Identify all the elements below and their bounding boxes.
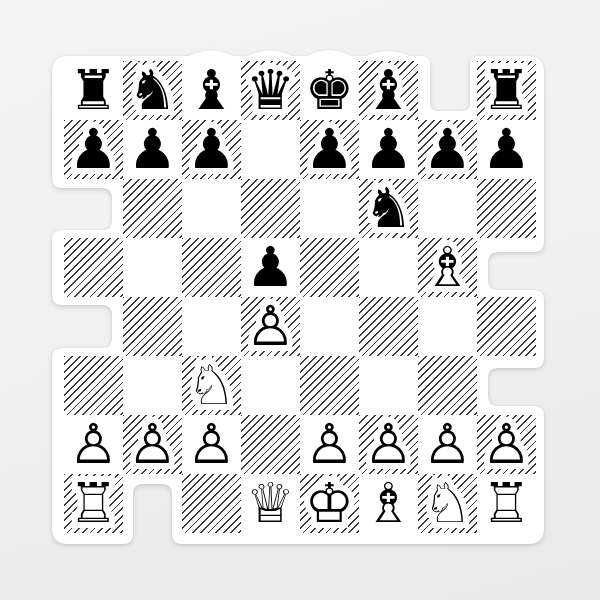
square-f4	[359, 297, 418, 356]
piece-glyph: ♟	[482, 122, 531, 177]
square-f1: ♝♗	[359, 474, 418, 533]
square-g5: ♝♗	[418, 238, 477, 297]
piece-halo: ♜	[482, 63, 531, 118]
square-b1	[123, 474, 182, 533]
square-e1: ♚♔	[300, 474, 359, 533]
square-g1: ♞♘	[418, 474, 477, 533]
piece-glyph: ♙	[187, 417, 236, 472]
square-d2	[241, 415, 300, 474]
square-d6	[241, 179, 300, 238]
square-g8	[418, 61, 477, 120]
square-c5	[182, 238, 241, 297]
square-e2: ♟♙	[300, 415, 359, 474]
piece-halo: ♜	[69, 476, 118, 531]
piece-glyph: ♜	[482, 63, 531, 118]
piece-halo: ♟	[482, 122, 531, 177]
square-g4	[418, 297, 477, 356]
piece-glyph: ♙	[364, 417, 413, 472]
piece-glyph: ♙	[305, 417, 354, 472]
square-d8: ♛♛	[241, 61, 300, 120]
piece-white-king: ♚♔	[300, 474, 359, 533]
square-b7: ♟♟	[123, 120, 182, 179]
square-h5	[477, 238, 536, 297]
square-d4: ♟♙	[241, 297, 300, 356]
piece-halo: ♟	[482, 417, 531, 472]
piece-glyph: ♙	[482, 417, 531, 472]
square-b3	[123, 356, 182, 415]
square-g3	[418, 356, 477, 415]
square-a8: ♜♜	[64, 61, 123, 120]
piece-black-pawn: ♟♟	[182, 120, 241, 179]
piece-halo: ♝	[187, 63, 236, 118]
piece-black-bishop: ♝♝	[182, 61, 241, 120]
square-c4	[182, 297, 241, 356]
square-h8: ♜♜	[477, 61, 536, 120]
square-f3	[359, 356, 418, 415]
piece-black-pawn: ♟♟	[123, 120, 182, 179]
piece-glyph: ♝	[187, 63, 236, 118]
square-b6	[123, 179, 182, 238]
square-d5: ♟♟	[241, 238, 300, 297]
sticker-product-image: ♜♜♞♞♝♝♛♛♚♚♝♝♜♜♟♟♟♟♟♟♟♟♟♟♟♟♟♟♞♞♟♟♝♗♟♙♞♘♟♙…	[0, 0, 600, 600]
square-e6	[300, 179, 359, 238]
piece-white-pawn: ♟♙	[182, 415, 241, 474]
piece-glyph: ♜	[69, 63, 118, 118]
square-f8: ♝♝	[359, 61, 418, 120]
piece-halo: ♟	[305, 417, 354, 472]
piece-halo: ♜	[482, 476, 531, 531]
piece-halo: ♝	[423, 240, 472, 295]
piece-black-pawn: ♟♟	[418, 120, 477, 179]
square-g7: ♟♟	[418, 120, 477, 179]
piece-black-king: ♚♚	[300, 61, 359, 120]
piece-glyph: ♟	[187, 122, 236, 177]
piece-black-rook: ♜♜	[477, 61, 536, 120]
piece-halo: ♛	[246, 63, 295, 118]
square-b4	[123, 297, 182, 356]
piece-white-knight: ♞♘	[182, 356, 241, 415]
piece-black-pawn: ♟♟	[477, 120, 536, 179]
piece-white-pawn: ♟♙	[64, 415, 123, 474]
square-f5	[359, 238, 418, 297]
piece-glyph: ♟	[364, 122, 413, 177]
piece-glyph: ♝	[364, 63, 413, 118]
square-g2: ♟♙	[418, 415, 477, 474]
square-f2: ♟♙	[359, 415, 418, 474]
piece-halo: ♟	[364, 417, 413, 472]
square-c1	[182, 474, 241, 533]
square-a1: ♜♖	[64, 474, 123, 533]
square-h2: ♟♙	[477, 415, 536, 474]
piece-white-bishop: ♝♗	[359, 474, 418, 533]
square-f6: ♞♞	[359, 179, 418, 238]
piece-glyph: ♘	[187, 358, 236, 413]
piece-glyph: ♖	[482, 476, 531, 531]
piece-halo: ♟	[423, 122, 472, 177]
piece-black-pawn: ♟♟	[64, 120, 123, 179]
square-c8: ♝♝	[182, 61, 241, 120]
piece-halo: ♟	[128, 122, 177, 177]
piece-glyph: ♞	[128, 63, 177, 118]
piece-halo: ♟	[246, 299, 295, 354]
square-a3	[64, 356, 123, 415]
square-e4	[300, 297, 359, 356]
square-c2: ♟♙	[182, 415, 241, 474]
square-a5	[64, 238, 123, 297]
piece-black-pawn: ♟♟	[359, 120, 418, 179]
piece-glyph: ♟	[128, 122, 177, 177]
piece-white-rook: ♜♖	[477, 474, 536, 533]
piece-black-queen: ♛♛	[241, 61, 300, 120]
piece-halo: ♚	[305, 63, 354, 118]
square-a4	[64, 297, 123, 356]
square-h4	[477, 297, 536, 356]
piece-glyph: ♛	[246, 63, 295, 118]
square-d3	[241, 356, 300, 415]
piece-white-pawn: ♟♙	[241, 297, 300, 356]
piece-halo: ♟	[187, 122, 236, 177]
piece-halo: ♟	[364, 122, 413, 177]
piece-halo: ♟	[246, 240, 295, 295]
piece-glyph: ♙	[423, 417, 472, 472]
piece-halo: ♝	[364, 476, 413, 531]
piece-halo: ♝	[364, 63, 413, 118]
piece-glyph: ♙	[69, 417, 118, 472]
square-e8: ♚♚	[300, 61, 359, 120]
square-b2: ♟♙	[123, 415, 182, 474]
piece-halo: ♚	[305, 476, 354, 531]
piece-glyph: ♙	[246, 299, 295, 354]
piece-halo: ♟	[305, 122, 354, 177]
square-c6	[182, 179, 241, 238]
piece-glyph: ♚	[305, 63, 354, 118]
square-e5	[300, 238, 359, 297]
piece-glyph: ♞	[364, 181, 413, 236]
piece-black-knight: ♞♞	[359, 179, 418, 238]
piece-glyph: ♙	[128, 417, 177, 472]
square-d7	[241, 120, 300, 179]
square-b5	[123, 238, 182, 297]
piece-black-bishop: ♝♝	[359, 61, 418, 120]
square-a7: ♟♟	[64, 120, 123, 179]
square-h3	[477, 356, 536, 415]
piece-halo: ♞	[423, 476, 472, 531]
piece-glyph: ♖	[69, 476, 118, 531]
piece-halo: ♛	[246, 476, 295, 531]
square-c3: ♞♘	[182, 356, 241, 415]
piece-halo: ♞	[187, 358, 236, 413]
piece-halo: ♜	[69, 63, 118, 118]
piece-glyph: ♟	[69, 122, 118, 177]
piece-black-pawn: ♟♟	[241, 238, 300, 297]
piece-halo: ♟	[187, 417, 236, 472]
piece-black-knight: ♞♞	[123, 61, 182, 120]
square-e3	[300, 356, 359, 415]
piece-halo: ♞	[128, 63, 177, 118]
square-e7: ♟♟	[300, 120, 359, 179]
piece-white-pawn: ♟♙	[477, 415, 536, 474]
piece-glyph: ♟	[423, 122, 472, 177]
piece-white-bishop: ♝♗	[418, 238, 477, 297]
piece-glyph: ♗	[364, 476, 413, 531]
piece-white-pawn: ♟♙	[359, 415, 418, 474]
piece-glyph: ♕	[246, 476, 295, 531]
square-h1: ♜♖	[477, 474, 536, 533]
piece-glyph: ♘	[423, 476, 472, 531]
piece-white-pawn: ♟♙	[300, 415, 359, 474]
square-f7: ♟♟	[359, 120, 418, 179]
piece-halo: ♞	[364, 181, 413, 236]
piece-glyph: ♗	[423, 240, 472, 295]
square-h7: ♟♟	[477, 120, 536, 179]
piece-black-rook: ♜♜	[64, 61, 123, 120]
piece-glyph: ♟	[305, 122, 354, 177]
piece-halo: ♟	[128, 417, 177, 472]
square-d1: ♛♕	[241, 474, 300, 533]
piece-glyph: ♟	[246, 240, 295, 295]
piece-halo: ♟	[423, 417, 472, 472]
piece-glyph: ♔	[305, 476, 354, 531]
square-h6	[477, 179, 536, 238]
square-b8: ♞♞	[123, 61, 182, 120]
square-g6	[418, 179, 477, 238]
piece-halo: ♟	[69, 417, 118, 472]
square-a6	[64, 179, 123, 238]
square-c7: ♟♟	[182, 120, 241, 179]
chess-board: ♜♜♞♞♝♝♛♛♚♚♝♝♜♜♟♟♟♟♟♟♟♟♟♟♟♟♟♟♞♞♟♟♝♗♟♙♞♘♟♙…	[64, 61, 536, 533]
piece-halo: ♟	[69, 122, 118, 177]
piece-white-pawn: ♟♙	[418, 415, 477, 474]
piece-black-pawn: ♟♟	[300, 120, 359, 179]
piece-white-rook: ♜♖	[64, 474, 123, 533]
piece-white-knight: ♞♘	[418, 474, 477, 533]
piece-white-pawn: ♟♙	[123, 415, 182, 474]
piece-white-queen: ♛♕	[241, 474, 300, 533]
square-a2: ♟♙	[64, 415, 123, 474]
